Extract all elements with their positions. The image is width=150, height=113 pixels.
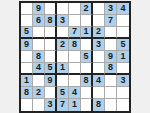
- cell-r7c3[interactable]: 9: [45, 75, 57, 87]
- cell-r1c5[interactable]: [69, 3, 81, 15]
- cell-r2c8[interactable]: 7: [105, 15, 117, 27]
- cell-r5c5[interactable]: [69, 51, 81, 63]
- cell-r3c1[interactable]: 5: [21, 27, 33, 39]
- cell-r3c3[interactable]: [45, 27, 57, 39]
- cell-r4c5[interactable]: 8: [69, 39, 81, 51]
- cell-r4c6[interactable]: [81, 39, 93, 51]
- cell-r4c1[interactable]: 9: [21, 39, 33, 51]
- cell-r6c6[interactable]: [81, 63, 93, 75]
- cell-r3c5[interactable]: 7: [69, 27, 81, 39]
- cell-r6c7[interactable]: [93, 63, 105, 75]
- cell-r2c2[interactable]: 6: [33, 15, 45, 27]
- cell-r4c4[interactable]: 2: [57, 39, 69, 51]
- cell-r3c6[interactable]: 1: [81, 27, 93, 39]
- cell-r8c2[interactable]: 2: [33, 87, 45, 99]
- cell-r3c9[interactable]: [117, 27, 129, 39]
- cell-r7c6[interactable]: 8: [81, 75, 93, 87]
- cell-r1c8[interactable]: 3: [105, 3, 117, 15]
- cell-r9c6[interactable]: [81, 99, 93, 111]
- cell-r1c7[interactable]: [93, 3, 105, 15]
- cell-r5c8[interactable]: 9: [105, 51, 117, 63]
- cell-r5c4[interactable]: [57, 51, 69, 63]
- cell-r5c9[interactable]: 1: [117, 51, 129, 63]
- cell-r4c2[interactable]: [33, 39, 45, 51]
- cell-r6c2[interactable]: 4: [33, 63, 45, 75]
- cell-r9c8[interactable]: [105, 99, 117, 111]
- cell-r9c1[interactable]: [21, 99, 33, 111]
- cell-r2c3[interactable]: 8: [45, 15, 57, 27]
- cell-r2c6[interactable]: [81, 15, 93, 27]
- cell-r9c3[interactable]: 3: [45, 99, 57, 111]
- cell-r7c5[interactable]: [69, 75, 81, 87]
- cell-r4c9[interactable]: 5: [117, 39, 129, 51]
- cell-r2c7[interactable]: [93, 15, 105, 27]
- cell-r9c2[interactable]: [33, 99, 45, 111]
- cell-r5c3[interactable]: [45, 51, 57, 63]
- cell-r9c7[interactable]: 8: [93, 99, 105, 111]
- cell-r8c7[interactable]: [93, 87, 105, 99]
- cell-r9c9[interactable]: [117, 99, 129, 111]
- cell-r6c1[interactable]: [21, 63, 33, 75]
- cell-r6c3[interactable]: 5: [45, 63, 57, 75]
- cell-r1c1[interactable]: [21, 3, 33, 15]
- cell-r8c3[interactable]: [45, 87, 57, 99]
- cell-r3c8[interactable]: [105, 27, 117, 39]
- cell-r7c7[interactable]: 4: [93, 75, 105, 87]
- cell-r2c1[interactable]: [21, 15, 33, 27]
- cell-r4c7[interactable]: 3: [93, 39, 105, 51]
- cell-r8c8[interactable]: [105, 87, 117, 99]
- cell-r6c5[interactable]: [69, 63, 81, 75]
- sudoku-board: 92346837571292835859145181984382543718: [19, 1, 131, 113]
- cell-r5c2[interactable]: 8: [33, 51, 45, 63]
- cell-r5c1[interactable]: [21, 51, 33, 63]
- cell-r2c4[interactable]: 3: [57, 15, 69, 27]
- cell-r7c8[interactable]: [105, 75, 117, 87]
- cell-r8c9[interactable]: [117, 87, 129, 99]
- cell-r6c4[interactable]: 1: [57, 63, 69, 75]
- cell-r9c5[interactable]: 1: [69, 99, 81, 111]
- cell-r1c2[interactable]: 9: [33, 3, 45, 15]
- cell-r6c9[interactable]: [117, 63, 129, 75]
- cell-r3c2[interactable]: [33, 27, 45, 39]
- cell-r1c4[interactable]: [57, 3, 69, 15]
- cell-r8c5[interactable]: 4: [69, 87, 81, 99]
- cell-r1c9[interactable]: 4: [117, 3, 129, 15]
- cell-r4c3[interactable]: [45, 39, 57, 51]
- cell-r1c3[interactable]: [45, 3, 57, 15]
- page-background: 92346837571292835859145181984382543718: [0, 0, 150, 113]
- cell-r2c5[interactable]: [69, 15, 81, 27]
- cell-r7c4[interactable]: [57, 75, 69, 87]
- cell-r7c2[interactable]: [33, 75, 45, 87]
- cell-r5c6[interactable]: 5: [81, 51, 93, 63]
- cell-r7c1[interactable]: 1: [21, 75, 33, 87]
- cell-r3c4[interactable]: [57, 27, 69, 39]
- cell-r1c6[interactable]: 2: [81, 3, 93, 15]
- cell-r7c9[interactable]: 3: [117, 75, 129, 87]
- cell-r5c7[interactable]: [93, 51, 105, 63]
- cell-r3c7[interactable]: 2: [93, 27, 105, 39]
- cell-r9c4[interactable]: 7: [57, 99, 69, 111]
- cell-r8c6[interactable]: [81, 87, 93, 99]
- cell-r2c9[interactable]: [117, 15, 129, 27]
- cell-r6c8[interactable]: 8: [105, 63, 117, 75]
- cell-r8c4[interactable]: 5: [57, 87, 69, 99]
- cell-r8c1[interactable]: 8: [21, 87, 33, 99]
- cell-r4c8[interactable]: [105, 39, 117, 51]
